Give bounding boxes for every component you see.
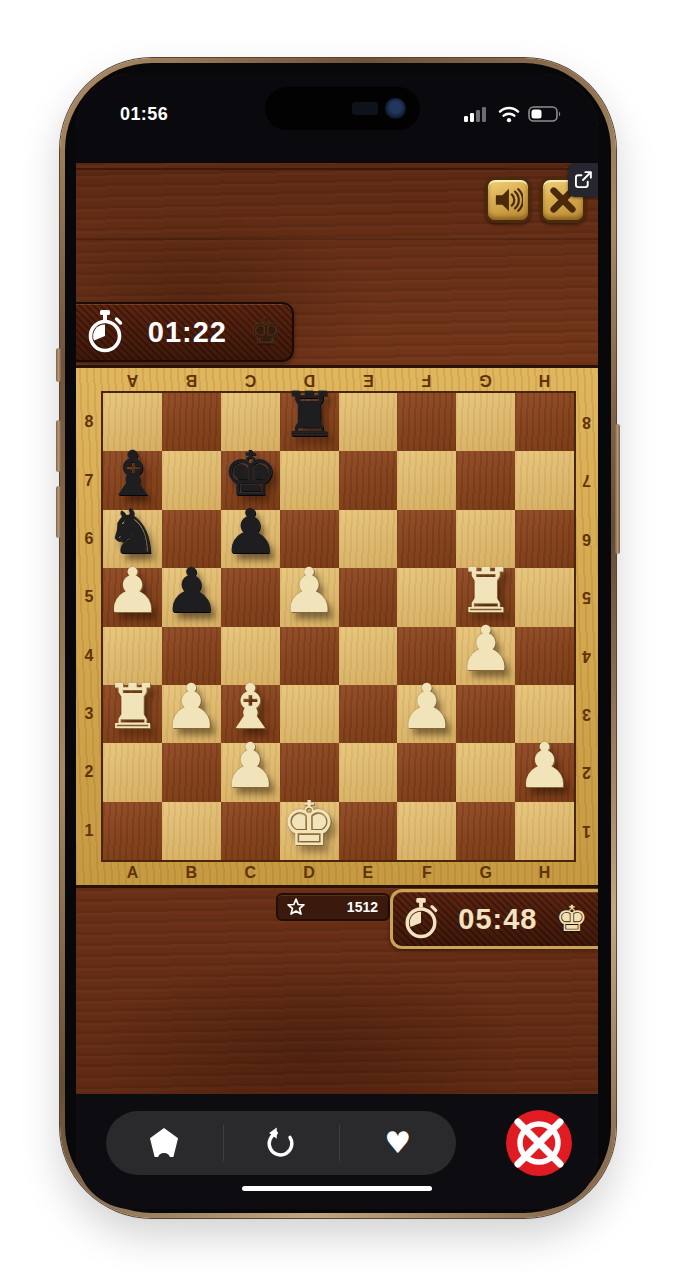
coord-label-1: 1 (575, 802, 598, 860)
open-external-icon (572, 169, 594, 191)
square-g5[interactable]: ♜ (456, 568, 515, 626)
square-d8[interactable]: ♜ (280, 393, 339, 451)
square-c6[interactable]: ♟ (221, 510, 280, 568)
square-g1[interactable] (456, 802, 515, 860)
piece-black-rook: ♜ (281, 387, 337, 443)
piece-black-bishop: ♝ (105, 446, 161, 502)
piece-black-pawn: ♟ (222, 504, 278, 560)
coord-label-h: H (515, 862, 574, 884)
piece-white-pawn: ♟ (164, 679, 220, 735)
piece-black-pawn: ♟ (164, 563, 220, 619)
board-squares: ♜♝♚♞♟♟♟♟♜♟♜♟♝♟♟♟♚ (103, 393, 574, 860)
coord-label-4: 4 (575, 627, 598, 685)
coord-label-c: C (221, 862, 280, 884)
open-external-button[interactable] (568, 163, 598, 197)
piece-white-pawn: ♟ (399, 679, 455, 735)
square-e5[interactable] (339, 568, 398, 626)
coord-label-a: A (103, 862, 162, 884)
island-dim-glyph (352, 102, 378, 115)
white-clock-panel: 05:48 ♚ (390, 889, 598, 949)
square-b7[interactable] (162, 451, 221, 509)
square-b4[interactable] (162, 627, 221, 685)
square-d5[interactable]: ♟ (280, 568, 339, 626)
piece-white-pawn: ♟ (281, 563, 337, 619)
wood-seam (76, 168, 598, 170)
square-f3[interactable]: ♟ (397, 685, 456, 743)
coord-label-5: 5 (76, 568, 102, 626)
file-labels-top: ABCDEFGH (103, 369, 574, 391)
square-a6[interactable]: ♞ (103, 510, 162, 568)
file-labels-bottom: ABCDEFGH (103, 862, 574, 884)
square-e7[interactable] (339, 451, 398, 509)
app-screen: 01:56 (76, 74, 598, 1209)
coord-label-7: 7 (575, 451, 598, 509)
square-d3[interactable] (280, 685, 339, 743)
square-g4[interactable]: ♟ (456, 627, 515, 685)
coord-label-d: D (280, 369, 339, 391)
square-c2[interactable]: ♟ (221, 743, 280, 801)
stopwatch-icon (85, 310, 125, 354)
coord-label-c: C (221, 369, 280, 391)
square-a1[interactable] (103, 802, 162, 860)
square-b8[interactable] (162, 393, 221, 451)
square-h6[interactable] (515, 510, 574, 568)
square-b1[interactable] (162, 802, 221, 860)
circle-x-icon (506, 1110, 572, 1176)
piece-white-king: ♚ (281, 796, 337, 852)
rating-badge: 1512 (276, 893, 390, 921)
square-a2[interactable] (103, 743, 162, 801)
square-b3[interactable]: ♟ (162, 685, 221, 743)
piece-white-rook: ♜ (105, 679, 161, 735)
black-king-icon: ♚ (250, 314, 282, 350)
square-e1[interactable] (339, 802, 398, 860)
coord-label-h: H (515, 369, 574, 391)
coord-label-7: 7 (76, 451, 102, 509)
coord-label-1: 1 (76, 802, 102, 860)
signal-icon (464, 105, 490, 123)
square-c1[interactable] (221, 802, 280, 860)
square-c5[interactable] (221, 568, 280, 626)
square-a3[interactable]: ♜ (103, 685, 162, 743)
piece-white-pawn: ♟ (222, 738, 278, 794)
square-b6[interactable] (162, 510, 221, 568)
square-a4[interactable] (103, 627, 162, 685)
piece-white-pawn: ♟ (458, 621, 514, 677)
piece-white-pawn: ♟ (517, 738, 573, 794)
square-f6[interactable] (397, 510, 456, 568)
square-c3[interactable]: ♝ (221, 685, 280, 743)
square-b5[interactable]: ♟ (162, 568, 221, 626)
favorite-button[interactable]: ♥ (339, 1111, 456, 1175)
coord-label-f: F (397, 369, 456, 391)
coord-label-6: 6 (76, 510, 102, 568)
star-icon (286, 897, 306, 917)
square-h4[interactable] (515, 627, 574, 685)
piece-white-rook: ♜ (458, 563, 514, 619)
square-h1[interactable] (515, 802, 574, 860)
volume-down-button (56, 486, 61, 538)
square-e4[interactable] (339, 627, 398, 685)
coord-label-g: G (456, 369, 515, 391)
square-f1[interactable] (397, 802, 456, 860)
square-a7[interactable]: ♝ (103, 451, 162, 509)
square-h7[interactable] (515, 451, 574, 509)
rank-labels-right: 87654321 (575, 393, 598, 860)
square-h2[interactable]: ♟ (515, 743, 574, 801)
coord-label-a: A (103, 369, 162, 391)
coord-label-4: 4 (76, 627, 102, 685)
square-f5[interactable] (397, 568, 456, 626)
coord-label-2: 2 (575, 743, 598, 801)
coord-label-g: G (456, 862, 515, 884)
square-c8[interactable] (221, 393, 280, 451)
piece-white-pawn: ♟ (105, 563, 161, 619)
app-badge-button[interactable] (106, 1111, 223, 1175)
piece-black-knight: ♞ (105, 504, 161, 560)
coord-label-e: E (339, 369, 398, 391)
square-f8[interactable] (397, 393, 456, 451)
action-button (56, 348, 61, 382)
square-d2[interactable] (280, 743, 339, 801)
square-d6[interactable] (280, 510, 339, 568)
coord-label-b: B (162, 862, 221, 884)
rating-value: 1512 (306, 899, 378, 915)
square-a8[interactable] (103, 393, 162, 451)
square-g6[interactable] (456, 510, 515, 568)
square-d1[interactable]: ♚ (280, 802, 339, 860)
undo-icon (264, 1126, 298, 1160)
toolbar-pill: ♥ (106, 1111, 456, 1175)
square-g2[interactable] (456, 743, 515, 801)
square-g8[interactable] (456, 393, 515, 451)
square-g7[interactable] (456, 451, 515, 509)
square-f2[interactable] (397, 743, 456, 801)
white-clock-time: 05:48 (440, 903, 556, 936)
piece-white-bishop: ♝ (222, 679, 278, 735)
speaker-icon (493, 186, 523, 214)
square-f4[interactable] (397, 627, 456, 685)
piece-black-king: ♚ (222, 446, 278, 502)
coord-label-3: 3 (76, 685, 102, 743)
square-c4[interactable] (221, 627, 280, 685)
square-h5[interactable] (515, 568, 574, 626)
square-e2[interactable] (339, 743, 398, 801)
home-indicator[interactable] (242, 1186, 432, 1191)
heart-icon: ♥ (384, 1128, 411, 1158)
square-f7[interactable] (397, 451, 456, 509)
square-e8[interactable] (339, 393, 398, 451)
square-e6[interactable] (339, 510, 398, 568)
square-d7[interactable] (280, 451, 339, 509)
square-h8[interactable] (515, 393, 574, 451)
coord-label-6: 6 (575, 510, 598, 568)
black-clock-panel: 01:22 ♚ (76, 302, 294, 362)
coord-label-8: 8 (575, 393, 598, 451)
coord-label-3: 3 (575, 685, 598, 743)
rank-labels-left: 87654321 (76, 393, 102, 860)
battery-icon (528, 105, 562, 123)
square-c7[interactable]: ♚ (221, 451, 280, 509)
coord-label-8: 8 (76, 393, 102, 451)
coord-label-f: F (397, 862, 456, 884)
black-clock-time: 01:22 (125, 316, 250, 349)
undo-button[interactable] (223, 1111, 340, 1175)
camera-icon (385, 98, 406, 119)
square-b2[interactable] (162, 743, 221, 801)
square-e3[interactable] (339, 685, 398, 743)
chess-board: ABCDEFGH ABCDEFGH 87654321 87654321 ♜♝♚♞… (76, 365, 598, 888)
coord-label-b: B (162, 369, 221, 391)
status-bar: 01:56 (76, 74, 598, 163)
sound-button[interactable] (485, 177, 531, 223)
coord-label-d: D (280, 862, 339, 884)
white-king-icon: ♚ (556, 901, 588, 937)
volume-up-button (56, 420, 61, 472)
coord-label-5: 5 (575, 568, 598, 626)
bottom-toolbar: ♥ (76, 1094, 598, 1209)
wood-seam (76, 238, 598, 240)
square-h3[interactable] (515, 685, 574, 743)
wifi-icon (497, 105, 521, 123)
dynamic-island (265, 87, 420, 130)
status-time: 01:56 (120, 104, 168, 125)
power-button (615, 424, 620, 554)
stopwatch-icon (402, 898, 440, 940)
badge-notch (158, 1153, 170, 1163)
coord-label-2: 2 (76, 743, 102, 801)
square-d4[interactable] (280, 627, 339, 685)
coord-label-e: E (339, 862, 398, 884)
square-a5[interactable]: ♟ (103, 568, 162, 626)
square-g3[interactable] (456, 685, 515, 743)
close-ad-button[interactable] (506, 1110, 572, 1176)
